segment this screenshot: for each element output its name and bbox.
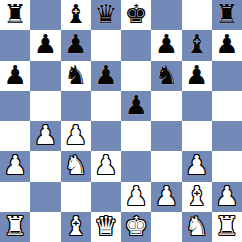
square-c7[interactable]: ♟ xyxy=(61,30,91,60)
piece-white-bishop[interactable]: ♝ xyxy=(185,183,208,209)
square-f4[interactable] xyxy=(151,121,181,151)
square-d5[interactable] xyxy=(91,91,121,121)
piece-black-queen[interactable]: ♛ xyxy=(94,1,117,27)
square-d7[interactable] xyxy=(91,30,121,60)
square-h6[interactable] xyxy=(212,61,242,91)
piece-white-knight[interactable]: ♞ xyxy=(185,213,208,239)
square-h8[interactable]: ♜ xyxy=(212,0,242,30)
piece-black-bishop[interactable]: ♝ xyxy=(64,1,87,27)
square-c5[interactable] xyxy=(61,91,91,121)
piece-white-pawn[interactable]: ♟ xyxy=(64,122,87,148)
square-g2[interactable]: ♝ xyxy=(182,182,212,212)
piece-white-knight[interactable]: ♞ xyxy=(64,152,87,178)
square-c3[interactable]: ♞ xyxy=(61,151,91,181)
piece-black-pawn[interactable]: ♟ xyxy=(215,31,238,57)
piece-white-king[interactable]: ♚ xyxy=(124,213,147,239)
square-f5[interactable] xyxy=(151,91,181,121)
square-b7[interactable]: ♟ xyxy=(30,30,60,60)
piece-white-pawn[interactable]: ♟ xyxy=(215,183,238,209)
square-c6[interactable]: ♞ xyxy=(61,61,91,91)
square-g7[interactable]: ♝ xyxy=(182,30,212,60)
square-d1[interactable]: ♛ xyxy=(91,212,121,242)
piece-black-pawn[interactable]: ♟ xyxy=(34,31,57,57)
piece-black-rook[interactable]: ♜ xyxy=(3,1,26,27)
piece-white-queen[interactable]: ♛ xyxy=(94,213,117,239)
square-a6[interactable]: ♟ xyxy=(0,61,30,91)
chess-board: ♜♝♛♚♜♟♟♟♝♟♟♞♟♞♟♟♟♟♟♞♟♟♟♟♝♟♜♝♛♚♞♜ xyxy=(0,0,242,242)
square-h5[interactable] xyxy=(212,91,242,121)
square-c8[interactable]: ♝ xyxy=(61,0,91,30)
square-f6[interactable]: ♞ xyxy=(151,61,181,91)
piece-black-knight[interactable]: ♞ xyxy=(155,62,178,88)
square-d8[interactable]: ♛ xyxy=(91,0,121,30)
square-e3[interactable] xyxy=(121,151,151,181)
square-d3[interactable]: ♟ xyxy=(91,151,121,181)
square-h7[interactable]: ♟ xyxy=(212,30,242,60)
square-b3[interactable] xyxy=(30,151,60,181)
piece-white-pawn[interactable]: ♟ xyxy=(3,152,26,178)
square-a1[interactable]: ♜ xyxy=(0,212,30,242)
square-e7[interactable] xyxy=(121,30,151,60)
square-b6[interactable] xyxy=(30,61,60,91)
square-c1[interactable]: ♝ xyxy=(61,212,91,242)
square-g6[interactable]: ♟ xyxy=(182,61,212,91)
square-f1[interactable] xyxy=(151,212,181,242)
square-g1[interactable]: ♞ xyxy=(182,212,212,242)
piece-black-pawn[interactable]: ♟ xyxy=(155,31,178,57)
square-e8[interactable]: ♚ xyxy=(121,0,151,30)
square-a2[interactable] xyxy=(0,182,30,212)
piece-black-pawn[interactable]: ♟ xyxy=(64,31,87,57)
piece-black-pawn[interactable]: ♟ xyxy=(3,62,26,88)
piece-white-pawn[interactable]: ♟ xyxy=(185,152,208,178)
square-c4[interactable]: ♟ xyxy=(61,121,91,151)
square-f7[interactable]: ♟ xyxy=(151,30,181,60)
piece-black-pawn[interactable]: ♟ xyxy=(124,92,147,118)
piece-black-rook[interactable]: ♜ xyxy=(215,1,238,27)
piece-black-king[interactable]: ♚ xyxy=(124,1,147,27)
square-a5[interactable] xyxy=(0,91,30,121)
square-e4[interactable] xyxy=(121,121,151,151)
piece-black-bishop[interactable]: ♝ xyxy=(185,31,208,57)
square-f3[interactable] xyxy=(151,151,181,181)
square-f2[interactable]: ♟ xyxy=(151,182,181,212)
piece-white-pawn[interactable]: ♟ xyxy=(124,183,147,209)
square-d6[interactable]: ♟ xyxy=(91,61,121,91)
square-h3[interactable] xyxy=(212,151,242,181)
square-h1[interactable]: ♜ xyxy=(212,212,242,242)
square-b2[interactable] xyxy=(30,182,60,212)
square-e2[interactable]: ♟ xyxy=(121,182,151,212)
piece-white-pawn[interactable]: ♟ xyxy=(155,183,178,209)
square-d2[interactable] xyxy=(91,182,121,212)
square-b5[interactable] xyxy=(30,91,60,121)
square-f8[interactable] xyxy=(151,0,181,30)
square-b4[interactable]: ♟ xyxy=(30,121,60,151)
piece-white-pawn[interactable]: ♟ xyxy=(34,122,57,148)
piece-white-bishop[interactable]: ♝ xyxy=(64,213,87,239)
square-a7[interactable] xyxy=(0,30,30,60)
square-e5[interactable]: ♟ xyxy=(121,91,151,121)
piece-black-knight[interactable]: ♞ xyxy=(64,62,87,88)
square-e1[interactable]: ♚ xyxy=(121,212,151,242)
square-g4[interactable] xyxy=(182,121,212,151)
square-d4[interactable] xyxy=(91,121,121,151)
piece-white-rook[interactable]: ♜ xyxy=(3,213,26,239)
square-h4[interactable] xyxy=(212,121,242,151)
square-g3[interactable]: ♟ xyxy=(182,151,212,181)
square-a4[interactable] xyxy=(0,121,30,151)
square-a3[interactable]: ♟ xyxy=(0,151,30,181)
square-g5[interactable] xyxy=(182,91,212,121)
piece-white-pawn[interactable]: ♟ xyxy=(94,152,117,178)
square-b1[interactable] xyxy=(30,212,60,242)
piece-black-pawn[interactable]: ♟ xyxy=(185,62,208,88)
square-g8[interactable] xyxy=(182,0,212,30)
piece-black-pawn[interactable]: ♟ xyxy=(94,62,117,88)
piece-white-rook[interactable]: ♜ xyxy=(215,213,238,239)
square-a8[interactable]: ♜ xyxy=(0,0,30,30)
square-h2[interactable]: ♟ xyxy=(212,182,242,212)
square-b8[interactable] xyxy=(30,0,60,30)
square-c2[interactable] xyxy=(61,182,91,212)
square-e6[interactable] xyxy=(121,61,151,91)
